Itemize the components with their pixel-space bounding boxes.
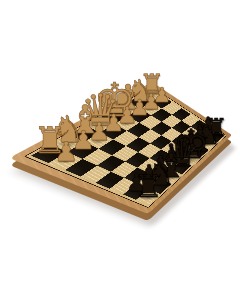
- product-photo: ♜♞♟♟♝♟♚♟♛♟♟♝♜♟♟♞♞♟♟♝♟♜♚♟♟♛♟♝♟♞♟♜: [0, 0, 240, 300]
- pieces-layer: ♜♞♟♟♝♟♚♟♛♟♟♝♜♟♟♞♞♟♟♝♟♜♚♟♟♛♟♝♟♞♟♜: [0, 0, 240, 300]
- white-pawn-a2: ♟: [54, 138, 78, 165]
- black-rook-a8: ♜: [135, 171, 163, 202]
